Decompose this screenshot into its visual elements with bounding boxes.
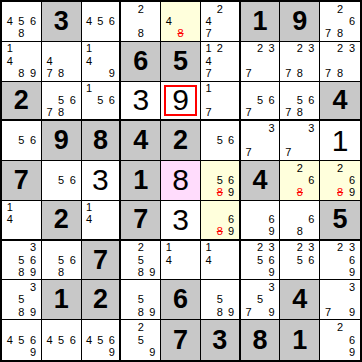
cell-r7c4[interactable]: 2589 bbox=[121, 241, 161, 281]
candidate-8: 8 bbox=[58, 68, 64, 79]
pencilmark-slot-6: 6 bbox=[306, 94, 318, 106]
cell-r8c9[interactable]: 379 bbox=[320, 280, 360, 320]
candidate-6: 6 bbox=[228, 135, 234, 146]
pencilmark-slot-1: 1 bbox=[84, 83, 95, 95]
empty-slot-8 bbox=[95, 67, 106, 79]
empty-slot-9 bbox=[67, 346, 79, 359]
empty-slot-4 bbox=[123, 254, 135, 266]
candidate-2: 2 bbox=[138, 4, 144, 15]
cell-r5c8[interactable]: 268 bbox=[280, 161, 320, 201]
pencilmarks: 17 bbox=[201, 82, 239, 120]
pencilmarks: 28 bbox=[121, 2, 160, 41]
candidate-6: 6 bbox=[109, 95, 115, 106]
candidate-6: 6 bbox=[70, 175, 76, 186]
empty-slot-7 bbox=[282, 266, 294, 278]
empty-slot-2 bbox=[254, 83, 266, 95]
empty-slot-1 bbox=[123, 242, 135, 254]
candidate-5: 5 bbox=[97, 95, 103, 106]
cell-r8c7[interactable]: 3579 bbox=[241, 280, 281, 320]
cell-r7c6[interactable]: 14 bbox=[201, 241, 241, 281]
cell-r5c9[interactable]: 2689 bbox=[320, 161, 360, 201]
candidate-5: 5 bbox=[58, 95, 64, 106]
pencilmark-slot-2: 2 bbox=[334, 3, 346, 15]
pencilmark-slot-5: 5 bbox=[95, 334, 106, 347]
candidate-7: 7 bbox=[47, 107, 53, 118]
empty-slot-2 bbox=[175, 3, 187, 15]
cell-r2c3[interactable]: 149 bbox=[82, 42, 122, 82]
eliminated-candidate-8: 8 bbox=[337, 187, 343, 198]
pencilmark-slot-2: 2 bbox=[135, 242, 147, 254]
candidate-9: 9 bbox=[149, 267, 155, 278]
cell-r3c3[interactable]: 156 bbox=[82, 82, 122, 122]
candidate-7: 7 bbox=[205, 28, 211, 39]
empty-slot-1 bbox=[322, 242, 334, 254]
candidate-1: 1 bbox=[166, 242, 172, 253]
cell-r6c5[interactable]: 3 bbox=[161, 201, 201, 241]
empty-slot-2 bbox=[16, 281, 28, 293]
cell-r4c3[interactable]: 8 bbox=[82, 121, 122, 161]
cell-r2c6[interactable]: 1247 bbox=[201, 42, 241, 82]
candidate-4: 4 bbox=[86, 56, 92, 67]
pencilmark-slot-6: 6 bbox=[67, 94, 79, 106]
empty-slot-6 bbox=[346, 294, 358, 306]
cell-r9c1[interactable]: 4569 bbox=[2, 320, 42, 360]
candidate-2: 2 bbox=[337, 322, 343, 333]
empty-slot-3 bbox=[266, 202, 278, 214]
cell-r3c5[interactable]: 9 bbox=[161, 82, 201, 122]
pencilmark-slot-4: 4 bbox=[4, 334, 16, 347]
pencilmark-slot-1: 1 bbox=[203, 242, 214, 254]
candidate-1: 1 bbox=[86, 202, 92, 213]
cell-r8c4[interactable]: 589 bbox=[121, 280, 161, 320]
given-digit: 4 bbox=[292, 286, 307, 313]
candidate-3: 3 bbox=[349, 43, 355, 54]
pencilmark-slot-9: 9 bbox=[106, 346, 117, 359]
pencilmark-slot-7: 7 bbox=[243, 306, 255, 318]
candidate-8: 8 bbox=[58, 267, 64, 278]
pencilmark-slot-4: 4 bbox=[203, 254, 214, 266]
empty-slot-9 bbox=[346, 67, 358, 79]
empty-slot-2 bbox=[294, 202, 306, 214]
candidate-6: 6 bbox=[30, 255, 36, 266]
empty-slot-4 bbox=[123, 15, 135, 27]
candidate-8: 8 bbox=[18, 68, 24, 79]
pencilmark-slot-5: 5 bbox=[55, 334, 67, 347]
candidate-3: 3 bbox=[30, 282, 36, 293]
pencilmark-slot-8: 8 bbox=[294, 67, 306, 79]
given-digit: 4 bbox=[253, 167, 268, 194]
empty-slot-9 bbox=[306, 226, 318, 238]
cell-r4c6[interactable]: 56 bbox=[201, 121, 241, 161]
cell-r2c9[interactable]: 2378 bbox=[320, 42, 360, 82]
cell-r6c8[interactable]: 68 bbox=[280, 201, 320, 241]
candidate-9: 9 bbox=[30, 267, 36, 278]
pencilmarks: 589 bbox=[121, 280, 160, 319]
cell-r6c2[interactable]: 2 bbox=[42, 201, 82, 241]
pencilmark-slot-4: 4 bbox=[163, 254, 175, 266]
cell-r8c3[interactable]: 2 bbox=[82, 280, 122, 320]
cell-r7c2[interactable]: 568 bbox=[42, 241, 82, 281]
cell-r2c5[interactable]: 5 bbox=[161, 42, 201, 82]
pencilmark-slot-6: 6 bbox=[67, 174, 79, 186]
empty-slot-7 bbox=[243, 266, 255, 278]
empty-slot-4 bbox=[322, 174, 334, 186]
empty-slot-5 bbox=[294, 135, 306, 147]
empty-slot-4 bbox=[243, 294, 255, 306]
pencilmark-slot-8: 8 bbox=[214, 187, 225, 199]
candidate-5: 5 bbox=[58, 175, 64, 186]
cell-r3c2[interactable]: 5678 bbox=[42, 82, 82, 122]
pencilmark-slot-6: 6 bbox=[346, 15, 358, 27]
candidate-6: 6 bbox=[109, 335, 115, 346]
cell-r6c7[interactable]: 69 bbox=[241, 201, 281, 241]
cell-r2c1[interactable]: 1489 bbox=[2, 42, 42, 82]
empty-slot-1 bbox=[243, 43, 255, 55]
empty-slot-5 bbox=[214, 254, 225, 266]
empty-slot-3 bbox=[225, 162, 236, 174]
pencilmarks: 4569 bbox=[82, 320, 120, 360]
candidate-5: 5 bbox=[257, 255, 263, 266]
empty-slot-8 bbox=[95, 346, 106, 359]
pencilmark-slot-6: 6 bbox=[266, 254, 278, 266]
candidate-1: 1 bbox=[86, 83, 92, 94]
pencilmark-slot-8: 8 bbox=[16, 28, 28, 40]
pencilmarks: 478 bbox=[42, 42, 81, 81]
pencilmark-slot-8: 8 bbox=[175, 28, 187, 40]
empty-slot-1 bbox=[322, 3, 334, 15]
empty-slot-4 bbox=[203, 294, 214, 306]
user-digit: 3 bbox=[92, 165, 109, 195]
candidate-4: 4 bbox=[86, 335, 92, 346]
pencilmarks: 149 bbox=[82, 42, 120, 81]
candidate-1: 1 bbox=[205, 242, 211, 253]
pencilmark-slot-7: 7 bbox=[243, 67, 255, 79]
candidate-9: 9 bbox=[30, 68, 36, 79]
cell-r9c5[interactable]: 7 bbox=[161, 320, 201, 360]
empty-slot-3 bbox=[67, 162, 79, 174]
cell-r2c2[interactable]: 478 bbox=[42, 42, 82, 82]
candidate-6: 6 bbox=[269, 255, 275, 266]
candidate-5: 5 bbox=[58, 255, 64, 266]
cell-r9c9[interactable]: 269 bbox=[320, 320, 360, 360]
pencilmark-slot-9: 9 bbox=[147, 306, 159, 318]
cell-r4c7[interactable]: 37 bbox=[241, 121, 281, 161]
cell-r7c7[interactable]: 23569 bbox=[241, 241, 281, 281]
cell-r1c7[interactable]: 1 bbox=[241, 2, 281, 42]
candidate-2: 2 bbox=[337, 242, 343, 253]
pencilmark-slot-9: 9 bbox=[346, 187, 358, 199]
pencilmark-slot-7: 7 bbox=[203, 67, 214, 79]
empty-slot-8 bbox=[254, 67, 266, 79]
pencilmark-slot-8: 8 bbox=[16, 306, 28, 318]
pencilmark-slot-3: 3 bbox=[346, 281, 358, 293]
empty-slot-7 bbox=[123, 28, 135, 40]
cell-r9c8[interactable]: 1 bbox=[280, 320, 320, 360]
empty-slot-8 bbox=[16, 226, 28, 238]
candidate-2: 2 bbox=[297, 43, 303, 54]
cell-r1c6[interactable]: 247 bbox=[201, 2, 241, 42]
cell-r2c4[interactable]: 6 bbox=[121, 42, 161, 82]
pencilmark-slot-8: 8 bbox=[16, 67, 28, 79]
cell-r3c7[interactable]: 567 bbox=[241, 82, 281, 122]
pencilmark-slot-5: 5 bbox=[55, 174, 67, 186]
cell-r2c7[interactable]: 237 bbox=[241, 42, 281, 82]
cell-r1c9[interactable]: 2678 bbox=[320, 2, 360, 42]
empty-slot-9 bbox=[67, 187, 79, 199]
cell-r7c9[interactable]: 2369 bbox=[320, 241, 360, 281]
empty-slot-5 bbox=[55, 55, 67, 67]
empty-slot-7 bbox=[84, 346, 95, 359]
candidate-3: 3 bbox=[30, 242, 36, 253]
cell-r6c4[interactable]: 7 bbox=[121, 201, 161, 241]
empty-slot-3 bbox=[27, 43, 39, 55]
cell-r7c8[interactable]: 2356 bbox=[280, 241, 320, 281]
pencilmark-slot-9: 9 bbox=[266, 306, 278, 318]
pencilmark-slot-9: 9 bbox=[27, 67, 39, 79]
pencilmarks: 3579 bbox=[241, 280, 280, 319]
cell-r2c8[interactable]: 2378 bbox=[280, 42, 320, 82]
candidate-6: 6 bbox=[228, 214, 234, 225]
cell-r9c7[interactable]: 8 bbox=[241, 320, 281, 360]
empty-slot-7 bbox=[44, 187, 56, 199]
pencilmark-slot-2: 2 bbox=[214, 3, 225, 15]
pencilmark-slot-5: 5 bbox=[214, 135, 225, 147]
candidate-6: 6 bbox=[269, 214, 275, 225]
empty-slot-4 bbox=[282, 174, 294, 186]
candidate-5: 5 bbox=[138, 294, 144, 305]
cell-r5c1[interactable]: 7 bbox=[2, 161, 42, 201]
empty-slot-1 bbox=[4, 242, 16, 254]
cell-r9c6[interactable]: 3 bbox=[201, 320, 241, 360]
empty-slot-1 bbox=[203, 122, 214, 134]
empty-slot-1 bbox=[322, 43, 334, 55]
empty-slot-2 bbox=[55, 83, 67, 95]
empty-slot-1 bbox=[243, 242, 255, 254]
pencilmark-slot-8: 8 bbox=[135, 306, 147, 318]
empty-slot-9 bbox=[147, 28, 159, 40]
user-digit: 1 bbox=[332, 126, 349, 156]
pencilmarks: 56 bbox=[2, 121, 41, 160]
empty-slot-2 bbox=[214, 122, 225, 134]
pencilmarks: 4569 bbox=[2, 320, 41, 360]
cell-r3c4[interactable]: 3 bbox=[121, 82, 161, 122]
pencilmark-slot-2: 2 bbox=[135, 321, 147, 334]
empty-slot-4 bbox=[282, 254, 294, 266]
cell-r4c8[interactable]: 37 bbox=[280, 121, 320, 161]
cell-r1c1[interactable]: 4568 bbox=[2, 2, 42, 42]
cell-r1c2[interactable]: 3 bbox=[42, 2, 82, 42]
cell-r5c6[interactable]: 5689 bbox=[201, 161, 241, 201]
cell-r3c9[interactable]: 4 bbox=[320, 82, 360, 122]
empty-slot-3 bbox=[27, 202, 39, 214]
candidate-6: 6 bbox=[349, 175, 355, 186]
empty-slot-7 bbox=[4, 346, 16, 359]
cell-r8c8[interactable]: 4 bbox=[280, 280, 320, 320]
pencilmark-slot-9: 9 bbox=[27, 346, 39, 359]
empty-slot-6 bbox=[266, 55, 278, 67]
pencilmark-slot-8: 8 bbox=[294, 187, 306, 199]
candidate-4: 4 bbox=[86, 16, 92, 27]
candidate-3: 3 bbox=[308, 123, 314, 134]
empty-slot-9 bbox=[306, 266, 318, 278]
cell-r5c7[interactable]: 4 bbox=[241, 161, 281, 201]
cell-r5c5[interactable]: 8 bbox=[161, 161, 201, 201]
cell-r4c4[interactable]: 4 bbox=[121, 121, 161, 161]
empty-slot-4 bbox=[123, 294, 135, 306]
pencilmarks: 2356 bbox=[280, 241, 319, 280]
empty-slot-8 bbox=[214, 67, 225, 79]
given-digit: 4 bbox=[133, 127, 148, 154]
empty-slot-7 bbox=[203, 266, 214, 278]
empty-slot-9 bbox=[27, 147, 39, 159]
empty-slot-7 bbox=[84, 226, 95, 238]
cell-r8c1[interactable]: 3589 bbox=[2, 280, 42, 320]
candidate-7: 7 bbox=[245, 68, 251, 79]
candidate-4: 4 bbox=[205, 255, 211, 266]
cell-r1c5[interactable]: 48 bbox=[161, 2, 201, 42]
empty-slot-4 bbox=[243, 94, 255, 106]
pencilmark-slot-4: 4 bbox=[4, 214, 16, 226]
cell-r7c3[interactable]: 7 bbox=[82, 241, 122, 281]
pencilmarks: 37 bbox=[280, 121, 319, 160]
empty-slot-5 bbox=[175, 254, 187, 266]
pencilmark-slot-9: 9 bbox=[346, 266, 358, 278]
cell-r3c1[interactable]: 2 bbox=[2, 82, 42, 122]
pencilmark-slot-1: 1 bbox=[84, 43, 95, 55]
pencilmarks: 35689 bbox=[2, 241, 41, 280]
empty-slot-1 bbox=[322, 321, 334, 334]
candidate-2: 2 bbox=[217, 4, 223, 15]
pencilmark-slot-6: 6 bbox=[346, 334, 358, 347]
pencilmark-slot-5: 5 bbox=[16, 334, 28, 347]
empty-slot-2 bbox=[16, 3, 28, 15]
cell-r4c5[interactable]: 2 bbox=[161, 121, 201, 161]
cell-r1c3[interactable]: 456 bbox=[82, 2, 122, 42]
given-digit: 3 bbox=[54, 8, 69, 35]
pencilmarks: 1247 bbox=[201, 42, 239, 81]
empty-slot-5 bbox=[334, 174, 346, 186]
empty-slot-8 bbox=[334, 346, 346, 359]
candidate-5: 5 bbox=[97, 335, 103, 346]
pencilmark-slot-5: 5 bbox=[214, 294, 225, 306]
empty-slot-8 bbox=[55, 346, 67, 359]
empty-slot-1 bbox=[282, 43, 294, 55]
pencilmark-slot-5: 5 bbox=[214, 174, 225, 186]
cell-r1c8[interactable]: 9 bbox=[280, 2, 320, 42]
empty-slot-8 bbox=[254, 147, 266, 159]
pencilmarks: 5689 bbox=[201, 161, 239, 200]
pencilmark-slot-2: 2 bbox=[294, 43, 306, 55]
empty-slot-5 bbox=[254, 135, 266, 147]
cell-r6c1[interactable]: 14 bbox=[2, 201, 42, 241]
cell-r6c6[interactable]: 689 bbox=[201, 201, 241, 241]
pencilmarks: 567 bbox=[241, 82, 280, 120]
cell-r6c3[interactable]: 14 bbox=[82, 201, 122, 241]
candidate-4: 4 bbox=[86, 214, 92, 225]
empty-slot-3 bbox=[147, 321, 159, 334]
cell-r8c5[interactable]: 6 bbox=[161, 280, 201, 320]
cell-r5c2[interactable]: 56 bbox=[42, 161, 82, 201]
empty-slot-4 bbox=[322, 55, 334, 67]
empty-slot-5 bbox=[334, 254, 346, 266]
cell-r1c4[interactable]: 28 bbox=[121, 2, 161, 42]
user-digit: 3 bbox=[132, 85, 149, 115]
given-digit: 1 bbox=[54, 286, 69, 313]
pencilmark-slot-5: 5 bbox=[254, 94, 266, 106]
candidate-5: 5 bbox=[297, 255, 303, 266]
cell-r4c2[interactable]: 9 bbox=[42, 121, 82, 161]
pencilmark-slot-5: 5 bbox=[254, 294, 266, 306]
pencilmarks: 689 bbox=[201, 201, 239, 239]
empty-slot-2 bbox=[55, 242, 67, 254]
candidate-7: 7 bbox=[325, 28, 331, 39]
empty-slot-1 bbox=[203, 3, 214, 15]
pencilmark-slot-5: 5 bbox=[16, 254, 28, 266]
cell-r7c5[interactable]: 14 bbox=[161, 241, 201, 281]
empty-slot-6 bbox=[346, 55, 358, 67]
candidate-3: 3 bbox=[349, 242, 355, 253]
pencilmark-slot-7: 7 bbox=[282, 147, 294, 159]
empty-slot-7 bbox=[4, 266, 16, 278]
pencilmark-slot-9: 9 bbox=[346, 306, 358, 318]
candidate-9: 9 bbox=[349, 347, 355, 358]
cell-r7c1[interactable]: 35689 bbox=[2, 241, 42, 281]
candidate-4: 4 bbox=[7, 335, 13, 346]
empty-slot-2 bbox=[294, 122, 306, 134]
pencilmark-slot-3: 3 bbox=[266, 281, 278, 293]
pencilmark-slot-9: 9 bbox=[266, 226, 278, 238]
candidate-9: 9 bbox=[228, 187, 234, 198]
pencilmark-slot-2: 2 bbox=[135, 3, 147, 15]
pencilmarks: 589 bbox=[201, 280, 239, 319]
cell-r8c2[interactable]: 1 bbox=[42, 280, 82, 320]
empty-slot-9 bbox=[27, 28, 39, 40]
cell-r5c4[interactable]: 1 bbox=[121, 161, 161, 201]
candidate-6: 6 bbox=[349, 16, 355, 27]
cell-r4c9[interactable]: 1 bbox=[320, 121, 360, 161]
cell-r9c3[interactable]: 4569 bbox=[82, 320, 122, 360]
empty-slot-7 bbox=[123, 306, 135, 318]
cell-r8c6[interactable]: 589 bbox=[201, 280, 241, 320]
pencilmarks: 379 bbox=[320, 280, 360, 319]
pencilmark-slot-4: 4 bbox=[84, 334, 95, 347]
pencilmark-slot-4: 4 bbox=[4, 15, 16, 27]
cell-r5c3[interactable]: 3 bbox=[82, 161, 122, 201]
candidate-5: 5 bbox=[18, 16, 24, 27]
empty-slot-1 bbox=[84, 3, 95, 15]
pencilmark-slot-6: 6 bbox=[27, 254, 39, 266]
empty-slot-4 bbox=[243, 135, 255, 147]
candidate-9: 9 bbox=[269, 267, 275, 278]
cell-r4c1[interactable]: 56 bbox=[2, 121, 42, 161]
cell-r3c6[interactable]: 17 bbox=[201, 82, 241, 122]
empty-slot-3 bbox=[266, 83, 278, 95]
empty-slot-1 bbox=[203, 202, 214, 214]
given-digit: 2 bbox=[93, 286, 108, 313]
given-digit: 5 bbox=[173, 48, 188, 75]
cell-r9c2[interactable]: 456 bbox=[42, 320, 82, 360]
cell-r3c8[interactable]: 5678 bbox=[280, 82, 320, 122]
pencilmark-slot-8: 8 bbox=[334, 28, 346, 40]
empty-slot-3 bbox=[186, 3, 198, 15]
cell-r6c9[interactable]: 5 bbox=[320, 201, 360, 241]
cell-r9c4[interactable]: 259 bbox=[121, 320, 161, 360]
pencilmark-slot-5: 5 bbox=[135, 334, 147, 347]
pencilmark-slot-6: 6 bbox=[266, 94, 278, 106]
candidate-2: 2 bbox=[138, 242, 144, 253]
empty-slot-6 bbox=[106, 214, 117, 226]
candidate-3: 3 bbox=[308, 43, 314, 54]
